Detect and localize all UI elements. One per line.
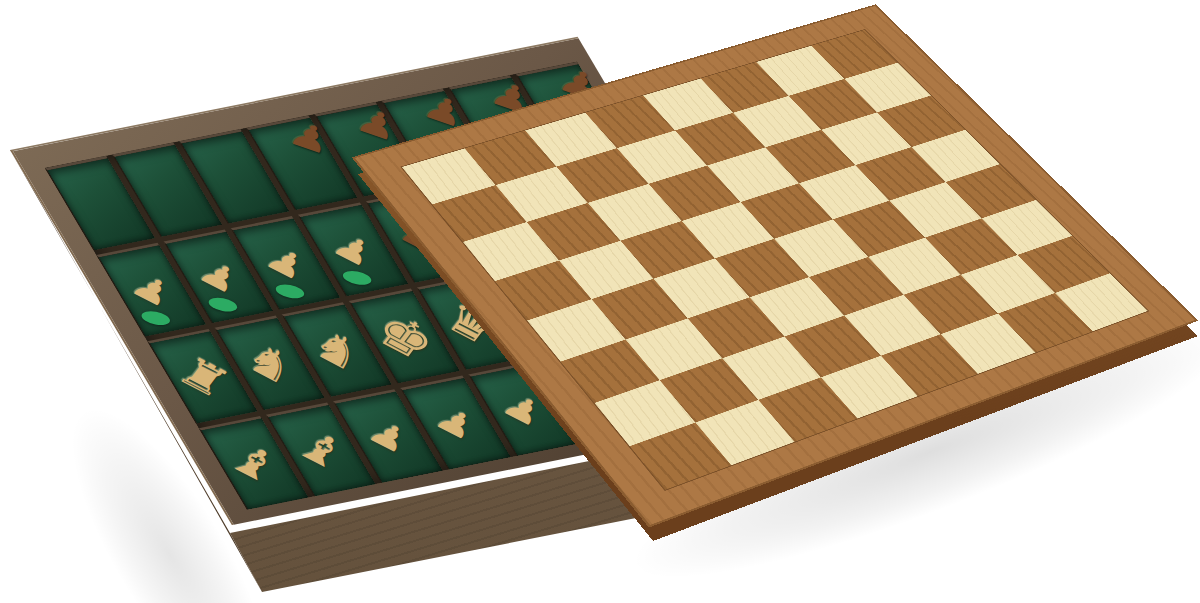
- white-pawn-in-box: ♟: [362, 415, 417, 459]
- white-pawn-in-box: ♟: [429, 401, 484, 445]
- white-pawn-in-box: ♟: [192, 255, 247, 299]
- white-pawn-in-box: ♟: [259, 242, 314, 286]
- white-bishop-in-box: ♝: [288, 423, 356, 478]
- product-photo-scene: ♟♟♟♟♟♟♟♟♟♟♟♜♞♜♞♞♚♛♛♚♝♝♝♟♟♟♜♝♞: [0, 0, 1200, 603]
- white-knight-in-box: ♞: [236, 336, 304, 391]
- white-pawn-in-box: ♟: [327, 228, 382, 272]
- white-bishop-in-box: ♝: [220, 436, 288, 491]
- white-rook-in-box: ♜: [169, 350, 237, 405]
- white-knight-in-box: ♞: [304, 323, 372, 378]
- white-pawn-in-box: ♟: [125, 268, 180, 312]
